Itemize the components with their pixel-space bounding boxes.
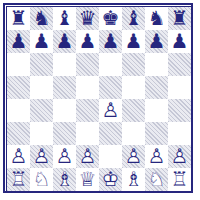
piece-white-queen[interactable]: ♛♕ xyxy=(76,168,99,191)
piece-outline-layer: ♙ xyxy=(99,99,122,122)
piece-glyph: ♟ xyxy=(122,30,145,53)
square-g6[interactable] xyxy=(145,53,168,76)
square-c5[interactable] xyxy=(53,76,76,99)
piece-outline-layer: ♙ xyxy=(168,145,191,168)
piece-white-pawn[interactable]: ♟♙ xyxy=(122,145,145,168)
piece-white-pawn[interactable]: ♟♙ xyxy=(7,145,30,168)
square-a6[interactable] xyxy=(7,53,30,76)
square-c1[interactable]: ♝♗ xyxy=(53,168,76,191)
square-h7[interactable]: ♟ xyxy=(168,30,191,53)
square-a8[interactable]: ♜ xyxy=(7,7,30,30)
piece-glyph: ♟ xyxy=(99,30,122,53)
square-h8[interactable]: ♜ xyxy=(168,7,191,30)
square-e1[interactable]: ♚♔ xyxy=(99,168,122,191)
piece-glyph: ♞ xyxy=(30,7,53,30)
piece-black-rook[interactable]: ♜ xyxy=(168,7,191,30)
piece-black-pawn[interactable]: ♟ xyxy=(76,30,99,53)
square-g1[interactable]: ♞♘ xyxy=(145,168,168,191)
square-h2[interactable]: ♟♙ xyxy=(168,145,191,168)
square-a7[interactable]: ♟ xyxy=(7,30,30,53)
square-g3[interactable] xyxy=(145,122,168,145)
piece-white-rook[interactable]: ♜♖ xyxy=(7,168,30,191)
square-h4[interactable] xyxy=(168,99,191,122)
square-c7[interactable]: ♟ xyxy=(53,30,76,53)
board-border-inner: ♜♞♝♛♚♝♞♜♟♟♟♟♟♟♟♟♟♙♟♙♟♙♟♙♟♙♟♙♟♙♟♙♜♖♞♘♝♗♛♕… xyxy=(6,6,192,192)
piece-black-queen[interactable]: ♛ xyxy=(76,7,99,30)
piece-white-king[interactable]: ♚♔ xyxy=(99,168,122,191)
piece-white-knight[interactable]: ♞♘ xyxy=(30,168,53,191)
piece-black-pawn[interactable]: ♟ xyxy=(53,30,76,53)
piece-black-pawn[interactable]: ♟ xyxy=(122,30,145,53)
piece-glyph: ♝ xyxy=(122,7,145,30)
square-g7[interactable]: ♟ xyxy=(145,30,168,53)
square-e8[interactable]: ♚ xyxy=(99,7,122,30)
piece-black-pawn[interactable]: ♟ xyxy=(7,30,30,53)
square-a2[interactable]: ♟♙ xyxy=(7,145,30,168)
piece-white-rook[interactable]: ♜♖ xyxy=(168,168,191,191)
piece-outline-layer: ♗ xyxy=(122,168,145,191)
piece-white-pawn[interactable]: ♟♙ xyxy=(168,145,191,168)
piece-white-bishop[interactable]: ♝♗ xyxy=(122,168,145,191)
piece-glyph: ♛ xyxy=(76,7,99,30)
square-b2[interactable]: ♟♙ xyxy=(30,145,53,168)
square-f5[interactable] xyxy=(122,76,145,99)
square-c8[interactable]: ♝ xyxy=(53,7,76,30)
square-d5[interactable] xyxy=(76,76,99,99)
square-e4[interactable]: ♟♙ xyxy=(99,99,122,122)
piece-black-knight[interactable]: ♞ xyxy=(145,7,168,30)
square-f6[interactable] xyxy=(122,53,145,76)
piece-white-pawn[interactable]: ♟♙ xyxy=(99,99,122,122)
piece-white-pawn[interactable]: ♟♙ xyxy=(145,145,168,168)
piece-glyph: ♟ xyxy=(168,30,191,53)
piece-glyph: ♟ xyxy=(30,30,53,53)
piece-white-pawn[interactable]: ♟♙ xyxy=(76,145,99,168)
piece-black-knight[interactable]: ♞ xyxy=(30,7,53,30)
square-f4[interactable] xyxy=(122,99,145,122)
board-border-outer: ♜♞♝♛♚♝♞♜♟♟♟♟♟♟♟♟♟♙♟♙♟♙♟♙♟♙♟♙♟♙♟♙♜♖♞♘♝♗♛♕… xyxy=(3,3,193,193)
piece-white-knight[interactable]: ♞♘ xyxy=(145,168,168,191)
piece-outline-layer: ♗ xyxy=(53,168,76,191)
piece-black-king[interactable]: ♚ xyxy=(99,7,122,30)
square-c4[interactable] xyxy=(53,99,76,122)
square-a4[interactable] xyxy=(7,99,30,122)
square-d2[interactable]: ♟♙ xyxy=(76,145,99,168)
square-h6[interactable] xyxy=(168,53,191,76)
piece-outline-layer: ♕ xyxy=(76,168,99,191)
piece-glyph: ♞ xyxy=(145,7,168,30)
chess-board: ♜♞♝♛♚♝♞♜♟♟♟♟♟♟♟♟♟♙♟♙♟♙♟♙♟♙♟♙♟♙♟♙♜♖♞♘♝♗♛♕… xyxy=(7,7,191,191)
square-h3[interactable] xyxy=(168,122,191,145)
piece-black-pawn[interactable]: ♟ xyxy=(30,30,53,53)
piece-white-pawn[interactable]: ♟♙ xyxy=(30,145,53,168)
square-e7[interactable]: ♟ xyxy=(99,30,122,53)
piece-glyph: ♜ xyxy=(168,7,191,30)
piece-glyph: ♟ xyxy=(145,30,168,53)
square-g2[interactable]: ♟♙ xyxy=(145,145,168,168)
square-e2[interactable] xyxy=(99,145,122,168)
square-b7[interactable]: ♟ xyxy=(30,30,53,53)
square-a1[interactable]: ♜♖ xyxy=(7,168,30,191)
square-b4[interactable] xyxy=(30,99,53,122)
piece-outline-layer: ♙ xyxy=(145,145,168,168)
square-d4[interactable] xyxy=(76,99,99,122)
square-d3[interactable] xyxy=(76,122,99,145)
piece-glyph: ♟ xyxy=(7,30,30,53)
square-f8[interactable]: ♝ xyxy=(122,7,145,30)
square-b1[interactable]: ♞♘ xyxy=(30,168,53,191)
piece-black-pawn[interactable]: ♟ xyxy=(168,30,191,53)
square-h1[interactable]: ♜♖ xyxy=(168,168,191,191)
square-c6[interactable] xyxy=(53,53,76,76)
piece-glyph: ♟ xyxy=(53,30,76,53)
piece-outline-layer: ♖ xyxy=(7,168,30,191)
square-g4[interactable] xyxy=(145,99,168,122)
square-g8[interactable]: ♞ xyxy=(145,7,168,30)
piece-outline-layer: ♙ xyxy=(30,145,53,168)
square-b8[interactable]: ♞ xyxy=(30,7,53,30)
piece-black-bishop[interactable]: ♝ xyxy=(122,7,145,30)
piece-outline-layer: ♙ xyxy=(122,145,145,168)
square-d7[interactable]: ♟ xyxy=(76,30,99,53)
square-g5[interactable] xyxy=(145,76,168,99)
square-b5[interactable] xyxy=(30,76,53,99)
piece-outline-layer: ♘ xyxy=(30,168,53,191)
square-c2[interactable]: ♟♙ xyxy=(53,145,76,168)
square-a5[interactable] xyxy=(7,76,30,99)
piece-outline-layer: ♖ xyxy=(168,168,191,191)
square-b3[interactable] xyxy=(30,122,53,145)
chess-app: ♜♞♝♛♚♝♞♜♟♟♟♟♟♟♟♟♟♙♟♙♟♙♟♙♟♙♟♙♟♙♟♙♜♖♞♘♝♗♛♕… xyxy=(0,0,200,200)
square-a3[interactable] xyxy=(7,122,30,145)
piece-white-bishop[interactable]: ♝♗ xyxy=(53,168,76,191)
square-d6[interactable] xyxy=(76,53,99,76)
square-h5[interactable] xyxy=(168,76,191,99)
piece-outline-layer: ♔ xyxy=(99,168,122,191)
square-f3[interactable] xyxy=(122,122,145,145)
piece-black-rook[interactable]: ♜ xyxy=(7,7,30,30)
square-d8[interactable]: ♛ xyxy=(76,7,99,30)
square-e5[interactable] xyxy=(99,76,122,99)
piece-black-pawn[interactable]: ♟ xyxy=(145,30,168,53)
square-b6[interactable] xyxy=(30,53,53,76)
square-f7[interactable]: ♟ xyxy=(122,30,145,53)
piece-glyph: ♟ xyxy=(76,30,99,53)
piece-black-pawn[interactable]: ♟ xyxy=(99,30,122,53)
piece-glyph: ♝ xyxy=(53,7,76,30)
square-d1[interactable]: ♛♕ xyxy=(76,168,99,191)
piece-outline-layer: ♘ xyxy=(145,168,168,191)
piece-outline-layer: ♙ xyxy=(53,145,76,168)
piece-black-bishop[interactable]: ♝ xyxy=(53,7,76,30)
square-f2[interactable]: ♟♙ xyxy=(122,145,145,168)
piece-outline-layer: ♙ xyxy=(76,145,99,168)
piece-outline-layer: ♙ xyxy=(7,145,30,168)
square-e6[interactable] xyxy=(99,53,122,76)
piece-glyph: ♚ xyxy=(99,7,122,30)
square-e3[interactable] xyxy=(99,122,122,145)
piece-glyph: ♜ xyxy=(7,7,30,30)
piece-white-pawn[interactable]: ♟♙ xyxy=(53,145,76,168)
square-c3[interactable] xyxy=(53,122,76,145)
square-f1[interactable]: ♝♗ xyxy=(122,168,145,191)
